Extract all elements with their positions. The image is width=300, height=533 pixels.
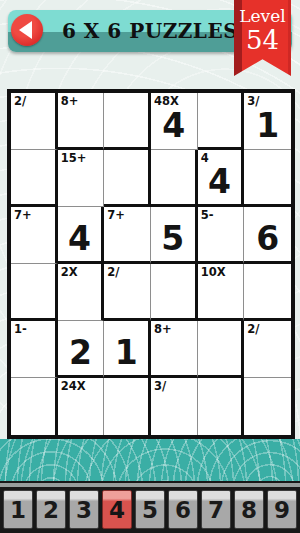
grid-cell-r2c6[interactable] [244, 150, 291, 207]
back-button[interactable] [11, 14, 43, 46]
grid-cell-r2c3[interactable] [104, 150, 151, 207]
cell-value: 5 [151, 207, 195, 261]
grid-cell-r4c3[interactable]: 2/ [104, 264, 151, 321]
puzzle-grid: 2/8+48X43/115+447+47+55-62X2/10X1-218+2/… [7, 89, 295, 439]
grid-cell-r5c6[interactable]: 2/ [244, 321, 291, 378]
cage-label: 10X [201, 265, 226, 279]
cell-value: 4 [58, 207, 102, 261]
cell-value: 1 [104, 321, 148, 375]
grid-cell-r1c4[interactable]: 48X4 [151, 93, 198, 150]
cell-value: 4 [151, 93, 197, 149]
grid-cell-r6c5[interactable] [198, 378, 245, 435]
numpad-key-9[interactable]: 9 [267, 490, 297, 529]
grid-cell-r5c4[interactable]: 8+ [151, 321, 198, 378]
cage-label: 1- [14, 322, 27, 336]
grid-cell-r4c6[interactable] [244, 264, 291, 321]
grid-cell-r2c5[interactable]: 44 [198, 150, 245, 207]
grid-cell-r1c2[interactable]: 8+ [58, 93, 105, 150]
grid-cell-r2c4[interactable] [151, 150, 198, 207]
grid-cell-r6c1[interactable] [11, 378, 58, 435]
grid-cell-r3c1[interactable]: 7+ [11, 207, 58, 264]
numpad-keys: 123456789 [3, 490, 297, 529]
grid-cell-r3c5[interactable]: 5- [198, 207, 245, 264]
numpad-key-1[interactable]: 1 [3, 490, 33, 529]
numpad-key-7[interactable]: 7 [201, 490, 231, 529]
grid-cell-r1c6[interactable]: 3/1 [244, 93, 291, 150]
cage-label: 2/ [107, 265, 119, 279]
grid-cell-r2c1[interactable] [11, 150, 58, 207]
grid-cell-r5c1[interactable]: 1- [11, 321, 58, 378]
grid-cell-r5c3[interactable]: 1 [104, 321, 151, 378]
numpad-key-2[interactable]: 2 [36, 490, 66, 529]
grid-cell-r6c4[interactable]: 3/ [151, 378, 198, 435]
level-word: Level [234, 6, 291, 26]
numpad-top-strip [0, 483, 300, 487]
cage-label: 15+ [61, 151, 87, 165]
cage-label: 3/ [154, 379, 166, 393]
page-title: 6 X 6 PUZZLES [48, 10, 252, 52]
level-number: 54 [234, 26, 291, 54]
cage-label: 7+ [14, 208, 32, 222]
numpad-key-6[interactable]: 6 [168, 490, 198, 529]
grid-cell-r3c6[interactable]: 6 [244, 207, 291, 264]
numpad-key-3[interactable]: 3 [69, 490, 99, 529]
back-arrow-icon [19, 21, 32, 39]
app-screen: 6 X 6 PUZZLES Level 54 2/8+48X43/115+447… [0, 0, 300, 533]
grid-cell-r4c5[interactable]: 10X [198, 264, 245, 321]
grid-cell-r5c2[interactable]: 2 [58, 321, 105, 378]
cage-label: 8+ [61, 94, 79, 108]
cage-label: 5- [201, 208, 214, 222]
numpad-bar: 123456789 [0, 481, 300, 533]
grid-cell-r5c5[interactable] [198, 321, 245, 378]
level-ribbon: Level 54 [234, 0, 291, 76]
numpad-key-4[interactable]: 4 [102, 490, 132, 529]
grid-cell-r6c3[interactable] [104, 378, 151, 435]
grid-cell-r4c1[interactable] [11, 264, 58, 321]
cell-value: 6 [244, 207, 291, 261]
grid-cell-r2c2[interactable]: 15+ [58, 150, 105, 207]
numpad-key-5[interactable]: 5 [135, 490, 165, 529]
cage-label: 24X [61, 379, 86, 393]
numpad-key-8[interactable]: 8 [234, 490, 264, 529]
grid-cell-r4c4[interactable] [151, 264, 198, 321]
grid-cell-r3c2[interactable]: 4 [58, 207, 105, 264]
cell-value: 2 [58, 321, 104, 375]
wave-pattern-band [0, 439, 300, 481]
grid-cell-r3c3[interactable]: 7+ [104, 207, 151, 264]
grid-cell-r3c4[interactable]: 5 [151, 207, 198, 264]
grid-cell-r1c1[interactable]: 2/ [11, 93, 58, 150]
grid-cell-r1c3[interactable] [104, 93, 151, 150]
cell-value: 4 [198, 150, 242, 204]
cage-label: 2/ [247, 322, 259, 336]
grid-cell-r6c6[interactable] [244, 378, 291, 435]
grid-cell-r6c2[interactable]: 24X [58, 378, 105, 435]
cage-label: 7+ [107, 208, 125, 222]
cell-value: 1 [244, 93, 291, 149]
grid-cell-r1c5[interactable] [198, 93, 245, 150]
grid-cell-r4c2[interactable]: 2X [58, 264, 105, 321]
cage-label: 8+ [154, 322, 172, 336]
cage-label: 2X [61, 265, 78, 279]
cage-label: 2/ [14, 94, 26, 108]
